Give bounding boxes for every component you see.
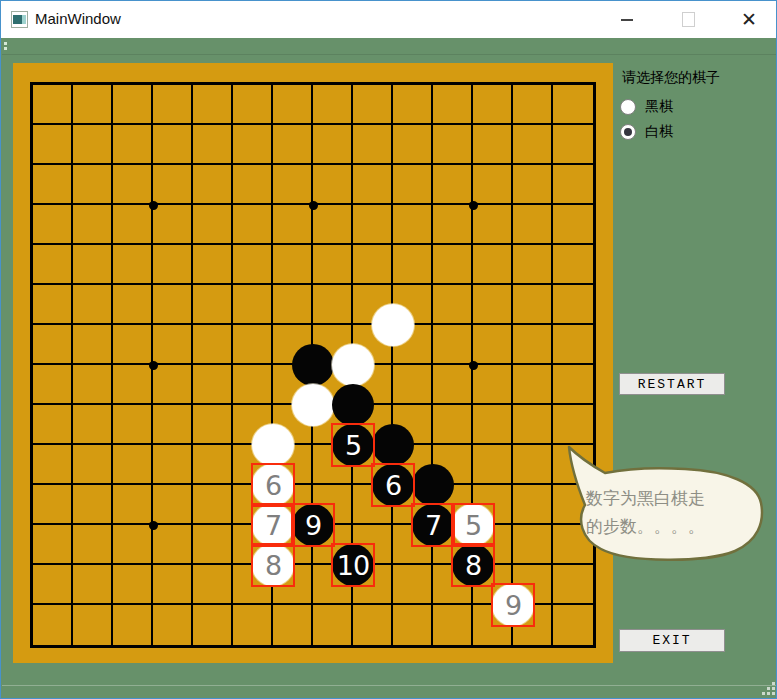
- maximize-icon: [682, 12, 695, 27]
- toolbar-handle-dot: [4, 47, 7, 50]
- main-window: MainWindow ✕ 566797581089 请选择您的棋子 黑棋白棋 R…: [0, 0, 777, 699]
- piece-options: 黑棋白棋: [620, 94, 770, 144]
- move-highlight-box: [331, 543, 375, 587]
- star-point: [149, 201, 158, 210]
- stone-black: [292, 344, 334, 386]
- minimize-button[interactable]: [604, 1, 650, 38]
- star-point: [469, 361, 478, 370]
- move-highlight-box: [371, 463, 415, 507]
- move-highlight-box: [411, 503, 455, 547]
- stone-black: [412, 464, 454, 506]
- bubble-line2: 的步数。。。。: [586, 513, 746, 541]
- radio-option-0[interactable]: 黑棋: [620, 94, 770, 119]
- toolbar-handle-dot: [4, 42, 7, 45]
- stone-white: [332, 344, 374, 386]
- stones-layer[interactable]: 566797581089: [33, 85, 593, 645]
- star-point: [309, 201, 318, 210]
- bubble-line1: 数字为黑白棋走: [586, 485, 746, 513]
- gomoku-board[interactable]: 566797581089: [13, 63, 613, 663]
- radio-selected-icon[interactable]: [620, 124, 636, 140]
- move-highlight-box: [251, 503, 295, 547]
- stone-black: [372, 424, 414, 466]
- piece-select-prompt: 请选择您的棋子: [622, 69, 720, 87]
- stone-black: [332, 384, 374, 426]
- radio-option-label: 黑棋: [645, 98, 673, 116]
- bubble-text: 数字为黑白棋走 的步数。。。。: [586, 485, 746, 541]
- title-bar[interactable]: MainWindow ✕: [1, 1, 776, 38]
- app-window-icon: [11, 11, 28, 28]
- stone-white: [372, 304, 414, 346]
- star-point: [149, 361, 158, 370]
- star-point: [149, 521, 158, 530]
- move-highlight-box: [331, 423, 375, 467]
- window-title: MainWindow: [35, 10, 121, 27]
- move-highlight-box: [451, 543, 495, 587]
- radio-option-1[interactable]: 白棋: [620, 119, 770, 144]
- radio-unselected-icon[interactable]: [620, 99, 636, 115]
- move-highlight-box: [291, 503, 335, 547]
- move-highlight-box: [451, 503, 495, 547]
- close-icon: ✕: [741, 10, 757, 29]
- stone-white: [292, 384, 334, 426]
- star-point: [469, 201, 478, 210]
- radio-option-label: 白棋: [645, 123, 673, 141]
- stone-white: [252, 424, 294, 466]
- move-highlight-box: [491, 583, 535, 627]
- restart-button[interactable]: RESTART: [619, 373, 725, 395]
- statusbar-separator: [2, 685, 777, 686]
- move-highlight-box: [251, 543, 295, 587]
- move-highlight-box: [251, 463, 295, 507]
- close-button[interactable]: ✕: [726, 1, 772, 38]
- toolbar-separator: [2, 54, 777, 55]
- minimize-icon: [621, 19, 633, 21]
- exit-button[interactable]: EXIT: [619, 629, 725, 652]
- maximize-button[interactable]: [665, 1, 711, 38]
